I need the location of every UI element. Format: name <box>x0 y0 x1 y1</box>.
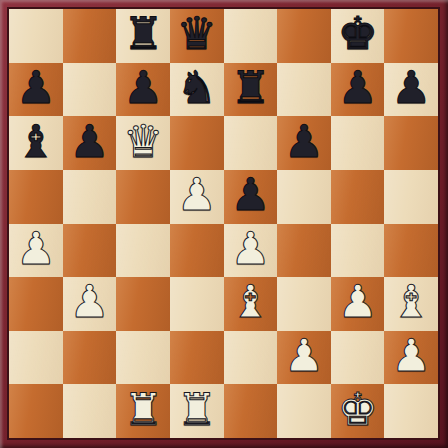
chess-board-frame: ♜♛♚♟♟♞♜♟♟♝♟♛♟♟♟♟♟♟♝♟♝♟♟♜♜♚ <box>0 0 448 448</box>
square-c1[interactable]: ♜ <box>116 384 170 438</box>
white-pawn-b3[interactable]: ♟ <box>69 279 109 324</box>
square-g6[interactable] <box>331 116 385 170</box>
square-a7[interactable]: ♟ <box>9 63 63 117</box>
square-e4[interactable]: ♟ <box>224 224 278 278</box>
square-e8[interactable] <box>224 9 278 63</box>
white-queen-c6[interactable]: ♛ <box>123 119 163 164</box>
square-d8[interactable]: ♛ <box>170 9 224 63</box>
white-bishop-h3[interactable]: ♝ <box>391 279 431 324</box>
square-h1[interactable] <box>384 384 438 438</box>
square-a8[interactable] <box>9 9 63 63</box>
square-b1[interactable] <box>63 384 117 438</box>
square-e6[interactable] <box>224 116 278 170</box>
black-pawn-c7[interactable]: ♟ <box>123 65 163 110</box>
square-b8[interactable] <box>63 9 117 63</box>
square-f8[interactable] <box>277 9 331 63</box>
square-d7[interactable]: ♞ <box>170 63 224 117</box>
square-e1[interactable] <box>224 384 278 438</box>
black-rook-e7[interactable]: ♜ <box>230 65 270 110</box>
square-c7[interactable]: ♟ <box>116 63 170 117</box>
square-d1[interactable]: ♜ <box>170 384 224 438</box>
square-a2[interactable] <box>9 331 63 385</box>
square-h7[interactable]: ♟ <box>384 63 438 117</box>
square-h5[interactable] <box>384 170 438 224</box>
square-h2[interactable]: ♟ <box>384 331 438 385</box>
black-rook-c8[interactable]: ♜ <box>123 11 163 56</box>
square-a4[interactable]: ♟ <box>9 224 63 278</box>
square-a1[interactable] <box>9 384 63 438</box>
square-b4[interactable] <box>63 224 117 278</box>
square-d5[interactable]: ♟ <box>170 170 224 224</box>
black-pawn-a7[interactable]: ♟ <box>16 65 56 110</box>
black-king-g8[interactable]: ♚ <box>337 11 377 56</box>
square-h8[interactable] <box>384 9 438 63</box>
square-c6[interactable]: ♛ <box>116 116 170 170</box>
square-c2[interactable] <box>116 331 170 385</box>
square-d3[interactable] <box>170 277 224 331</box>
square-b6[interactable]: ♟ <box>63 116 117 170</box>
black-pawn-g7[interactable]: ♟ <box>337 65 377 110</box>
square-e5[interactable]: ♟ <box>224 170 278 224</box>
square-a6[interactable]: ♝ <box>9 116 63 170</box>
white-pawn-f2[interactable]: ♟ <box>284 333 324 378</box>
square-f6[interactable]: ♟ <box>277 116 331 170</box>
square-g8[interactable]: ♚ <box>331 9 385 63</box>
square-f1[interactable] <box>277 384 331 438</box>
white-bishop-e3[interactable]: ♝ <box>230 279 270 324</box>
square-g7[interactable]: ♟ <box>331 63 385 117</box>
square-h6[interactable] <box>384 116 438 170</box>
square-c3[interactable] <box>116 277 170 331</box>
black-bishop-a6[interactable]: ♝ <box>16 119 56 164</box>
square-c5[interactable] <box>116 170 170 224</box>
square-b7[interactable] <box>63 63 117 117</box>
black-pawn-b6[interactable]: ♟ <box>69 119 109 164</box>
chess-board: ♜♛♚♟♟♞♜♟♟♝♟♛♟♟♟♟♟♟♝♟♝♟♟♜♜♚ <box>9 9 438 438</box>
black-knight-d7[interactable]: ♞ <box>177 65 217 110</box>
black-pawn-e5[interactable]: ♟ <box>230 172 270 217</box>
square-e7[interactable]: ♜ <box>224 63 278 117</box>
square-h3[interactable]: ♝ <box>384 277 438 331</box>
black-pawn-h7[interactable]: ♟ <box>391 65 431 110</box>
square-c4[interactable] <box>116 224 170 278</box>
square-a3[interactable] <box>9 277 63 331</box>
square-g1[interactable]: ♚ <box>331 384 385 438</box>
square-f3[interactable] <box>277 277 331 331</box>
square-d4[interactable] <box>170 224 224 278</box>
white-pawn-a4[interactable]: ♟ <box>16 226 56 271</box>
white-pawn-g3[interactable]: ♟ <box>337 279 377 324</box>
white-pawn-d5[interactable]: ♟ <box>177 172 217 217</box>
square-b3[interactable]: ♟ <box>63 277 117 331</box>
square-b2[interactable] <box>63 331 117 385</box>
black-queen-d8[interactable]: ♛ <box>177 11 217 56</box>
black-pawn-f6[interactable]: ♟ <box>284 119 324 164</box>
square-c8[interactable]: ♜ <box>116 9 170 63</box>
square-b5[interactable] <box>63 170 117 224</box>
square-h4[interactable] <box>384 224 438 278</box>
square-f7[interactable] <box>277 63 331 117</box>
square-d6[interactable] <box>170 116 224 170</box>
square-d2[interactable] <box>170 331 224 385</box>
square-f4[interactable] <box>277 224 331 278</box>
square-a5[interactable] <box>9 170 63 224</box>
square-e3[interactable]: ♝ <box>224 277 278 331</box>
white-pawn-h2[interactable]: ♟ <box>391 333 431 378</box>
white-rook-c1[interactable]: ♜ <box>123 387 163 432</box>
white-king-g1[interactable]: ♚ <box>337 387 377 432</box>
square-f5[interactable] <box>277 170 331 224</box>
square-g3[interactable]: ♟ <box>331 277 385 331</box>
square-g4[interactable] <box>331 224 385 278</box>
square-e2[interactable] <box>224 331 278 385</box>
square-f2[interactable]: ♟ <box>277 331 331 385</box>
white-rook-d1[interactable]: ♜ <box>177 387 217 432</box>
square-g5[interactable] <box>331 170 385 224</box>
white-pawn-e4[interactable]: ♟ <box>230 226 270 271</box>
square-g2[interactable] <box>331 331 385 385</box>
